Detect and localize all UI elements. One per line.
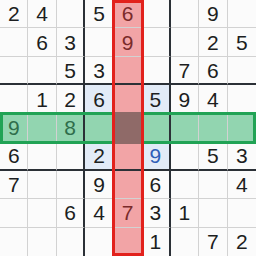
cell-r2c8[interactable]: 2 xyxy=(199,28,227,56)
cell-r9c1[interactable] xyxy=(0,228,28,256)
cell-r4c8[interactable]: 4 xyxy=(199,85,227,113)
cell-r2c6[interactable] xyxy=(142,28,170,56)
cell-r1c3[interactable] xyxy=(57,0,85,28)
cell-r9c2[interactable] xyxy=(28,228,56,256)
cell-r5c7[interactable] xyxy=(171,114,199,142)
cell-r7c8[interactable] xyxy=(199,171,227,199)
cell-r7c6[interactable]: 6 xyxy=(142,171,170,199)
cell-r1c1[interactable]: 2 xyxy=(0,0,28,28)
cell-r6c1[interactable]: 6 xyxy=(0,142,28,170)
cell-r1c6[interactable] xyxy=(142,0,170,28)
cell-r7c9[interactable]: 4 xyxy=(228,171,256,199)
cell-r8c4[interactable]: 4 xyxy=(85,199,113,227)
sudoku-grid: 245696392553761265949862953796464731172 xyxy=(0,0,256,256)
cell-r1c7[interactable] xyxy=(171,0,199,28)
cell-r6c6[interactable]: 9 xyxy=(142,142,170,170)
cell-r8c8[interactable] xyxy=(199,199,227,227)
cell-r3c2[interactable] xyxy=(28,57,56,85)
sudoku-board: 245696392553761265949862953796464731172 xyxy=(0,0,256,256)
cell-r9c4[interactable] xyxy=(85,228,113,256)
cell-r4c1[interactable] xyxy=(0,85,28,113)
cell-r6c8[interactable]: 5 xyxy=(199,142,227,170)
cell-r6c3[interactable] xyxy=(57,142,85,170)
cell-r2c4[interactable] xyxy=(85,28,113,56)
cell-r1c8[interactable]: 9 xyxy=(199,0,227,28)
cell-r3c3[interactable]: 5 xyxy=(57,57,85,85)
cell-r8c5[interactable]: 7 xyxy=(114,199,142,227)
cell-r9c9[interactable]: 2 xyxy=(228,228,256,256)
cell-r3c1[interactable] xyxy=(0,57,28,85)
cell-r6c9[interactable]: 3 xyxy=(228,142,256,170)
cell-r1c5[interactable]: 6 xyxy=(114,0,142,28)
cell-r5c4[interactable] xyxy=(85,114,113,142)
cell-r1c9[interactable] xyxy=(228,0,256,28)
cell-r2c7[interactable] xyxy=(171,28,199,56)
cell-r4c3[interactable]: 2 xyxy=(57,85,85,113)
cell-r5c9[interactable] xyxy=(228,114,256,142)
cell-r9c5[interactable] xyxy=(114,228,142,256)
cell-r4c2[interactable]: 1 xyxy=(28,85,56,113)
cell-r4c9[interactable] xyxy=(228,85,256,113)
cell-r9c6[interactable]: 1 xyxy=(142,228,170,256)
cell-r8c9[interactable] xyxy=(228,199,256,227)
cell-r5c2[interactable] xyxy=(28,114,56,142)
cell-r3c9[interactable] xyxy=(228,57,256,85)
cell-r9c8[interactable]: 7 xyxy=(199,228,227,256)
cell-r8c7[interactable]: 1 xyxy=(171,199,199,227)
cell-r3c8[interactable]: 6 xyxy=(199,57,227,85)
cell-r7c1[interactable]: 7 xyxy=(0,171,28,199)
cell-r6c7[interactable] xyxy=(171,142,199,170)
cell-r2c3[interactable]: 3 xyxy=(57,28,85,56)
cell-r3c4[interactable]: 3 xyxy=(85,57,113,85)
cell-r6c2[interactable] xyxy=(28,142,56,170)
cell-r6c4[interactable]: 2 xyxy=(85,142,113,170)
cell-r2c2[interactable]: 6 xyxy=(28,28,56,56)
cell-r9c7[interactable] xyxy=(171,228,199,256)
cell-r5c1[interactable]: 9 xyxy=(0,114,28,142)
cell-r5c6[interactable] xyxy=(142,114,170,142)
cell-r9c3[interactable] xyxy=(57,228,85,256)
cell-r8c3[interactable]: 6 xyxy=(57,199,85,227)
cell-r7c4[interactable]: 9 xyxy=(85,171,113,199)
cell-r1c2[interactable]: 4 xyxy=(28,0,56,28)
cell-r3c7[interactable]: 7 xyxy=(171,57,199,85)
cell-r2c1[interactable] xyxy=(0,28,28,56)
cell-r7c5[interactable] xyxy=(114,171,142,199)
cell-r8c2[interactable] xyxy=(28,199,56,227)
cell-r7c2[interactable] xyxy=(28,171,56,199)
cell-r5c5[interactable] xyxy=(114,114,142,142)
cell-r5c3[interactable]: 8 xyxy=(57,114,85,142)
cell-r3c5[interactable] xyxy=(114,57,142,85)
cell-r4c6[interactable]: 5 xyxy=(142,85,170,113)
cell-r2c5[interactable]: 9 xyxy=(114,28,142,56)
cell-r7c7[interactable] xyxy=(171,171,199,199)
cell-r2c9[interactable]: 5 xyxy=(228,28,256,56)
cell-r4c4[interactable]: 6 xyxy=(85,85,113,113)
cell-r6c5[interactable] xyxy=(114,142,142,170)
cell-r8c6[interactable]: 3 xyxy=(142,199,170,227)
cell-r8c1[interactable] xyxy=(0,199,28,227)
cell-r7c3[interactable] xyxy=(57,171,85,199)
cell-r4c5[interactable] xyxy=(114,85,142,113)
cell-r3c6[interactable] xyxy=(142,57,170,85)
cell-r4c7[interactable]: 9 xyxy=(171,85,199,113)
cell-r1c4[interactable]: 5 xyxy=(85,0,113,28)
cell-r5c8[interactable] xyxy=(199,114,227,142)
